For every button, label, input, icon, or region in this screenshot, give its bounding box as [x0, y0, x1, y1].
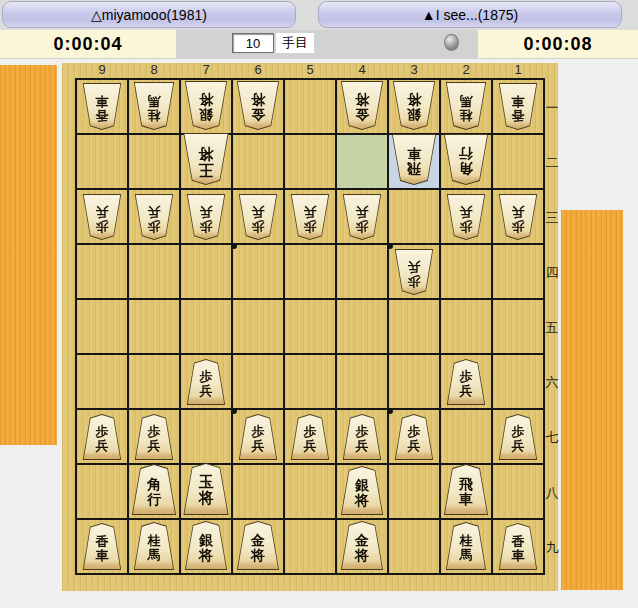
square-6-6[interactable]: [233, 355, 283, 408]
square-5-8[interactable]: [285, 465, 335, 518]
rank-label-5: 五: [546, 300, 558, 355]
piece-gote-歩兵[interactable]: 歩兵: [394, 249, 434, 295]
square-6-8[interactable]: [233, 465, 283, 518]
square-3-4[interactable]: 歩兵: [389, 245, 439, 298]
star-point: [387, 408, 393, 414]
piece-kanji: 歩兵: [135, 195, 173, 239]
square-7-4[interactable]: [181, 245, 231, 298]
file-label-7: 7: [181, 63, 231, 77]
rank-label-3: 三: [546, 190, 558, 245]
piece-gote-桂馬[interactable]: 桂馬: [133, 82, 175, 130]
status-bar: 0:00:04 手目 0:00:08: [0, 30, 638, 60]
turn-indicator-led: [444, 34, 459, 51]
square-5-4[interactable]: [285, 245, 335, 298]
piece-gote-歩兵[interactable]: 歩兵: [134, 194, 174, 240]
piece-sente-香車[interactable]: 香車: [82, 523, 122, 570]
piece-kanji: 香車: [83, 524, 121, 569]
piece-sente-金将[interactable]: 金将: [340, 521, 384, 570]
piece-kanji: 銀将: [393, 82, 435, 129]
square-1-1[interactable]: 香車: [493, 80, 543, 133]
rank-label-9: 九: [546, 520, 558, 575]
square-2-7[interactable]: [441, 410, 491, 463]
piece-kanji: 歩兵: [239, 415, 277, 459]
square-7-2[interactable]: 王将: [181, 135, 231, 188]
square-1-9[interactable]: 香車: [493, 520, 543, 573]
square-9-2[interactable]: [77, 135, 127, 188]
piece-kanji: 歩兵: [291, 415, 329, 459]
piece-kanji: 歩兵: [343, 195, 381, 239]
player-tab-bar: △miyamooo(1981) ▲I see...(1875): [0, 0, 638, 30]
piece-sente-銀将[interactable]: 銀将: [340, 466, 384, 515]
square-7-9[interactable]: 銀将: [181, 520, 231, 573]
piece-sente-桂馬[interactable]: 桂馬: [445, 522, 487, 570]
square-8-1[interactable]: 桂馬: [129, 80, 179, 133]
file-label-5: 5: [285, 63, 335, 77]
square-6-1[interactable]: 金将: [233, 80, 283, 133]
piece-gote-銀将[interactable]: 銀将: [184, 81, 228, 130]
piece-gote-歩兵[interactable]: 歩兵: [342, 194, 382, 240]
piece-kanji: 歩兵: [291, 195, 329, 239]
piece-sente-銀将[interactable]: 銀将: [184, 521, 228, 570]
piece-gote-飛車[interactable]: 飛車: [391, 134, 437, 185]
square-4-4[interactable]: [337, 245, 387, 298]
square-4-3[interactable]: 歩兵: [337, 190, 387, 243]
piece-kanji: 桂馬: [446, 83, 486, 129]
star-point: [231, 243, 237, 249]
file-label-4: 4: [337, 63, 387, 77]
piece-sente-飛車[interactable]: 飛車: [443, 464, 489, 515]
square-6-2[interactable]: [233, 135, 283, 188]
file-label-6: 6: [233, 63, 283, 77]
piece-sente-香車[interactable]: 香車: [498, 523, 538, 570]
square-2-2[interactable]: 角行: [441, 135, 491, 188]
square-1-5[interactable]: [493, 300, 543, 353]
square-5-9[interactable]: [285, 520, 335, 573]
square-4-9[interactable]: 金将: [337, 520, 387, 573]
square-9-6[interactable]: [77, 355, 127, 408]
file-label-9: 9: [77, 63, 127, 77]
rank-label-4: 四: [546, 245, 558, 300]
square-8-6[interactable]: [129, 355, 179, 408]
square-9-8[interactable]: [77, 465, 127, 518]
star-point: [387, 243, 393, 249]
gote-clock: 0:00:04: [0, 30, 176, 58]
piece-gote-王将[interactable]: 王将: [183, 133, 230, 185]
square-7-7[interactable]: [181, 410, 231, 463]
piece-gote-香車[interactable]: 香車: [498, 83, 538, 130]
square-2-5[interactable]: [441, 300, 491, 353]
move-counter-label: 手目: [276, 33, 314, 53]
piece-kanji: 銀将: [341, 467, 383, 514]
sente-piece-stand[interactable]: [561, 210, 623, 590]
piece-gote-金将[interactable]: 金将: [236, 81, 280, 130]
square-1-3[interactable]: 歩兵: [493, 190, 543, 243]
square-3-1[interactable]: 銀将: [389, 80, 439, 133]
square-1-7[interactable]: 歩兵: [493, 410, 543, 463]
square-2-6[interactable]: 歩兵: [441, 355, 491, 408]
piece-sente-歩兵[interactable]: 歩兵: [342, 414, 382, 460]
square-4-5[interactable]: [337, 300, 387, 353]
square-7-8[interactable]: 玉将: [181, 465, 231, 518]
piece-kanji: 歩兵: [447, 195, 485, 239]
piece-kanji: 玉将: [184, 464, 229, 514]
piece-kanji: 金将: [341, 522, 383, 569]
square-8-4[interactable]: [129, 245, 179, 298]
square-4-2[interactable]: [337, 135, 387, 188]
piece-kanji: 香車: [499, 524, 537, 569]
move-number-input[interactable]: [232, 33, 274, 53]
sente-clock: 0:00:08: [478, 30, 638, 58]
piece-sente-歩兵[interactable]: 歩兵: [394, 414, 434, 460]
piece-kanji: 歩兵: [187, 195, 225, 239]
rank-labels: 一二三四五六七八九: [546, 80, 558, 575]
piece-kanji: 金将: [237, 82, 279, 129]
piece-sente-玉将[interactable]: 玉将: [183, 463, 230, 515]
square-9-9[interactable]: 香車: [77, 520, 127, 573]
square-1-4[interactable]: [493, 245, 543, 298]
square-9-7[interactable]: 歩兵: [77, 410, 127, 463]
piece-sente-歩兵[interactable]: 歩兵: [238, 414, 278, 460]
main-area: 987654321 香車桂馬銀将金将金将銀将桂馬香車王将飛車角行歩兵歩兵歩兵歩兵…: [0, 59, 638, 608]
rank-label-1: 一: [546, 80, 558, 135]
piece-sente-角行[interactable]: 角行: [131, 464, 177, 515]
square-5-5[interactable]: [285, 300, 335, 353]
square-1-8[interactable]: [493, 465, 543, 518]
file-label-2: 2: [441, 63, 491, 77]
piece-kanji: 角行: [132, 465, 176, 514]
player-tab-gote[interactable]: △miyamooo(1981): [2, 1, 296, 28]
piece-sente-金将[interactable]: 金将: [236, 521, 280, 570]
piece-sente-桂馬[interactable]: 桂馬: [133, 522, 175, 570]
piece-sente-歩兵[interactable]: 歩兵: [186, 359, 226, 405]
piece-kanji: 香車: [499, 84, 537, 129]
square-7-1[interactable]: 銀将: [181, 80, 231, 133]
square-5-2[interactable]: [285, 135, 335, 188]
piece-kanji: 歩兵: [395, 250, 433, 294]
file-label-1: 1: [493, 63, 543, 77]
piece-kanji: 歩兵: [447, 360, 485, 404]
square-5-6[interactable]: [285, 355, 335, 408]
piece-kanji: 香車: [83, 84, 121, 129]
square-7-6[interactable]: 歩兵: [181, 355, 231, 408]
square-2-4[interactable]: [441, 245, 491, 298]
rank-label-6: 六: [546, 355, 558, 410]
square-2-3[interactable]: 歩兵: [441, 190, 491, 243]
square-4-6[interactable]: [337, 355, 387, 408]
piece-kanji: 飛車: [392, 135, 436, 184]
piece-kanji: 金将: [341, 82, 383, 129]
square-8-9[interactable]: 桂馬: [129, 520, 179, 573]
square-8-8[interactable]: 角行: [129, 465, 179, 518]
piece-gote-歩兵[interactable]: 歩兵: [446, 194, 486, 240]
square-5-3[interactable]: 歩兵: [285, 190, 335, 243]
file-label-3: 3: [389, 63, 439, 77]
square-8-7[interactable]: 歩兵: [129, 410, 179, 463]
rank-label-7: 七: [546, 410, 558, 465]
square-9-1[interactable]: 香車: [77, 80, 127, 133]
square-3-6[interactable]: [389, 355, 439, 408]
piece-gote-金将[interactable]: 金将: [340, 81, 384, 130]
piece-kanji: 歩兵: [83, 415, 121, 459]
square-9-3[interactable]: 歩兵: [77, 190, 127, 243]
piece-kanji: 歩兵: [187, 360, 225, 404]
square-8-5[interactable]: [129, 300, 179, 353]
piece-kanji: 桂馬: [134, 523, 174, 569]
square-6-7[interactable]: 歩兵: [233, 410, 283, 463]
piece-kanji: 銀将: [185, 82, 227, 129]
square-3-5[interactable]: [389, 300, 439, 353]
piece-kanji: 歩兵: [499, 415, 537, 459]
piece-gote-歩兵[interactable]: 歩兵: [498, 194, 538, 240]
file-label-8: 8: [129, 63, 179, 77]
square-6-9[interactable]: 金将: [233, 520, 283, 573]
piece-gote-香車[interactable]: 香車: [82, 83, 122, 130]
piece-kanji: 歩兵: [343, 415, 381, 459]
piece-kanji: 歩兵: [499, 195, 537, 239]
piece-gote-歩兵[interactable]: 歩兵: [290, 194, 330, 240]
square-6-4[interactable]: [233, 245, 283, 298]
rank-label-2: 二: [546, 135, 558, 190]
gote-piece-stand[interactable]: [0, 65, 57, 445]
piece-kanji: 歩兵: [83, 195, 121, 239]
piece-kanji: 角行: [444, 135, 488, 184]
square-4-1[interactable]: 金将: [337, 80, 387, 133]
square-2-8[interactable]: 飛車: [441, 465, 491, 518]
square-3-2[interactable]: 飛車: [389, 135, 439, 188]
square-4-8[interactable]: 銀将: [337, 465, 387, 518]
piece-gote-歩兵[interactable]: 歩兵: [238, 194, 278, 240]
square-3-3[interactable]: [389, 190, 439, 243]
piece-kanji: 銀将: [185, 522, 227, 569]
square-9-4[interactable]: [77, 245, 127, 298]
star-point: [231, 408, 237, 414]
piece-kanji: 歩兵: [395, 415, 433, 459]
piece-sente-歩兵[interactable]: 歩兵: [134, 414, 174, 460]
square-1-6[interactable]: [493, 355, 543, 408]
piece-kanji: 歩兵: [239, 195, 277, 239]
piece-kanji: 桂馬: [134, 83, 174, 129]
square-3-8[interactable]: [389, 465, 439, 518]
piece-gote-歩兵[interactable]: 歩兵: [186, 194, 226, 240]
square-8-2[interactable]: [129, 135, 179, 188]
square-5-7[interactable]: 歩兵: [285, 410, 335, 463]
piece-kanji: 歩兵: [135, 415, 173, 459]
square-2-9[interactable]: 桂馬: [441, 520, 491, 573]
square-1-2[interactable]: [493, 135, 543, 188]
piece-gote-歩兵[interactable]: 歩兵: [82, 194, 122, 240]
piece-kanji: 飛車: [444, 465, 488, 514]
piece-gote-角行[interactable]: 角行: [443, 134, 489, 185]
piece-sente-歩兵[interactable]: 歩兵: [82, 414, 122, 460]
piece-kanji: 金将: [237, 522, 279, 569]
piece-sente-歩兵[interactable]: 歩兵: [498, 414, 538, 460]
piece-sente-歩兵[interactable]: 歩兵: [290, 414, 330, 460]
square-7-3[interactable]: 歩兵: [181, 190, 231, 243]
square-3-9[interactable]: [389, 520, 439, 573]
rank-label-8: 八: [546, 465, 558, 520]
piece-sente-歩兵[interactable]: 歩兵: [446, 359, 486, 405]
square-4-7[interactable]: 歩兵: [337, 410, 387, 463]
board-grid: 香車桂馬銀将金将金将銀将桂馬香車王将飛車角行歩兵歩兵歩兵歩兵歩兵歩兵歩兵歩兵歩兵…: [75, 78, 545, 575]
piece-kanji: 桂馬: [446, 523, 486, 569]
square-6-5[interactable]: [233, 300, 283, 353]
player-tab-sente[interactable]: ▲I see...(1875): [318, 1, 622, 28]
square-5-1[interactable]: [285, 80, 335, 133]
square-6-3[interactable]: 歩兵: [233, 190, 283, 243]
shogi-board: 987654321 香車桂馬銀将金将金将銀将桂馬香車王将飛車角行歩兵歩兵歩兵歩兵…: [62, 63, 558, 591]
square-7-5[interactable]: [181, 300, 231, 353]
piece-gote-桂馬[interactable]: 桂馬: [445, 82, 487, 130]
piece-gote-銀将[interactable]: 銀将: [392, 81, 436, 130]
square-8-3[interactable]: 歩兵: [129, 190, 179, 243]
square-2-1[interactable]: 桂馬: [441, 80, 491, 133]
square-9-5[interactable]: [77, 300, 127, 353]
piece-kanji: 王将: [184, 134, 229, 184]
square-3-7[interactable]: 歩兵: [389, 410, 439, 463]
